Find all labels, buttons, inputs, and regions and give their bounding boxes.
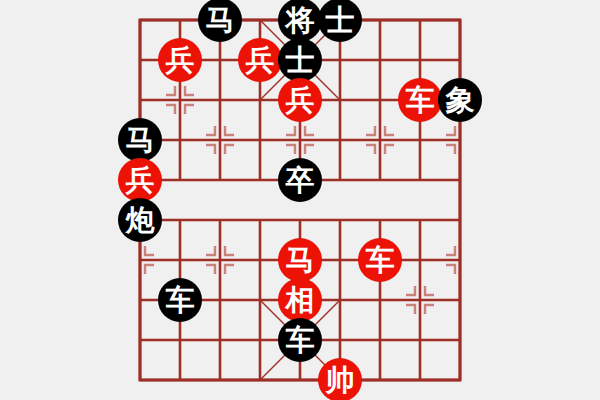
piece-black-soldier[interactable]: 卒 xyxy=(278,158,322,202)
piece-red-soldier[interactable]: 兵 xyxy=(278,78,322,122)
piece-red-horse[interactable]: 马 xyxy=(278,238,322,282)
piece-black-chariot[interactable]: 车 xyxy=(158,278,202,322)
piece-black-chariot[interactable]: 车 xyxy=(278,318,322,362)
piece-black-advisor[interactable]: 士 xyxy=(318,0,362,42)
piece-black-elephant[interactable]: 象 xyxy=(438,78,482,122)
piece-red-soldier[interactable]: 兵 xyxy=(118,158,162,202)
piece-red-general[interactable]: 帅 xyxy=(318,358,362,400)
piece-red-chariot[interactable]: 车 xyxy=(398,78,442,122)
piece-black-horse[interactable]: 马 xyxy=(118,118,162,162)
pieces-layer: 马将士兵兵士兵车象马兵卒炮马车车相车帅 xyxy=(120,0,480,400)
piece-red-elephant[interactable]: 相 xyxy=(278,278,322,322)
piece-black-general[interactable]: 将 xyxy=(278,0,322,42)
piece-black-horse[interactable]: 马 xyxy=(198,0,242,42)
piece-black-advisor[interactable]: 士 xyxy=(278,38,322,82)
piece-red-chariot[interactable]: 车 xyxy=(358,238,402,282)
piece-red-soldier[interactable]: 兵 xyxy=(158,38,202,82)
piece-black-cannon[interactable]: 炮 xyxy=(118,198,162,242)
piece-red-soldier[interactable]: 兵 xyxy=(238,38,282,82)
xiangqi-board: 马将士兵兵士兵车象马兵卒炮马车车相车帅 xyxy=(0,0,600,400)
